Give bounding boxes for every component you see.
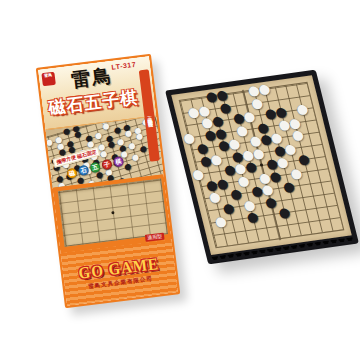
black-stone[interactable]: ● [62,127,71,137]
go-board: ●●●●●●●●●●●●●●●●●●●●●●●●●●●●●●●●●●●●●●●●… [165,70,359,265]
product-photo-scene: 雷鳥 雷鳥 LT-317 五子棋玩法千變萬化益智玩具 磁石五子棋 ●●●●●●●… [0,0,360,360]
white-stone[interactable]: ● [128,141,137,151]
black-stone[interactable]: ● [139,145,148,155]
black-stone[interactable]: ● [73,130,82,140]
window-star-point [111,211,114,214]
white-stone[interactable]: ● [182,130,196,144]
black-stone[interactable]: ● [282,179,296,193]
white-stone[interactable]: ● [135,132,144,142]
black-stone[interactable]: ● [277,205,291,219]
white-stone[interactable]: ● [209,152,223,166]
black-stone[interactable]: ● [113,126,122,136]
black-stone[interactable]: ● [123,162,132,172]
white-stone[interactable]: ● [45,172,53,182]
white-stone[interactable]: ● [94,131,103,141]
model-number: LT-317 [111,61,136,71]
white-stone[interactable]: ● [191,167,205,181]
white-stone[interactable]: ● [102,122,111,132]
board-surface: ●●●●●●●●●●●●●●●●●●●●●●●●●●●●●●●●●●●●●●●●… [171,75,352,255]
board-grid[interactable]: ●●●●●●●●●●●●●●●●●●●●●●●●●●●●●●●●●●●●●●●●… [180,83,343,247]
white-stone[interactable]: ● [45,138,54,148]
product-box: 雷鳥 雷鳥 LT-317 五子棋玩法千變萬化益智玩具 磁石五子棋 ●●●●●●●… [36,54,181,308]
white-stone[interactable]: ● [208,190,222,204]
black-stone[interactable]: ● [107,140,116,150]
white-stone[interactable]: ● [214,214,228,228]
black-stone[interactable]: ● [245,210,259,224]
brand-logo: 雷鳥 [41,72,55,86]
white-stone[interactable]: ● [131,153,140,163]
black-stone[interactable]: ● [263,195,277,209]
white-stone[interactable]: ● [45,153,48,163]
white-stone[interactable]: ● [99,149,108,159]
board-frame: ●●●●●●●●●●●●●●●●●●●●●●●●●●●●●●●●●●●●●●●●… [165,70,359,265]
white-stone[interactable]: ● [124,129,133,139]
product-title: 磁石五子棋 [41,85,145,120]
